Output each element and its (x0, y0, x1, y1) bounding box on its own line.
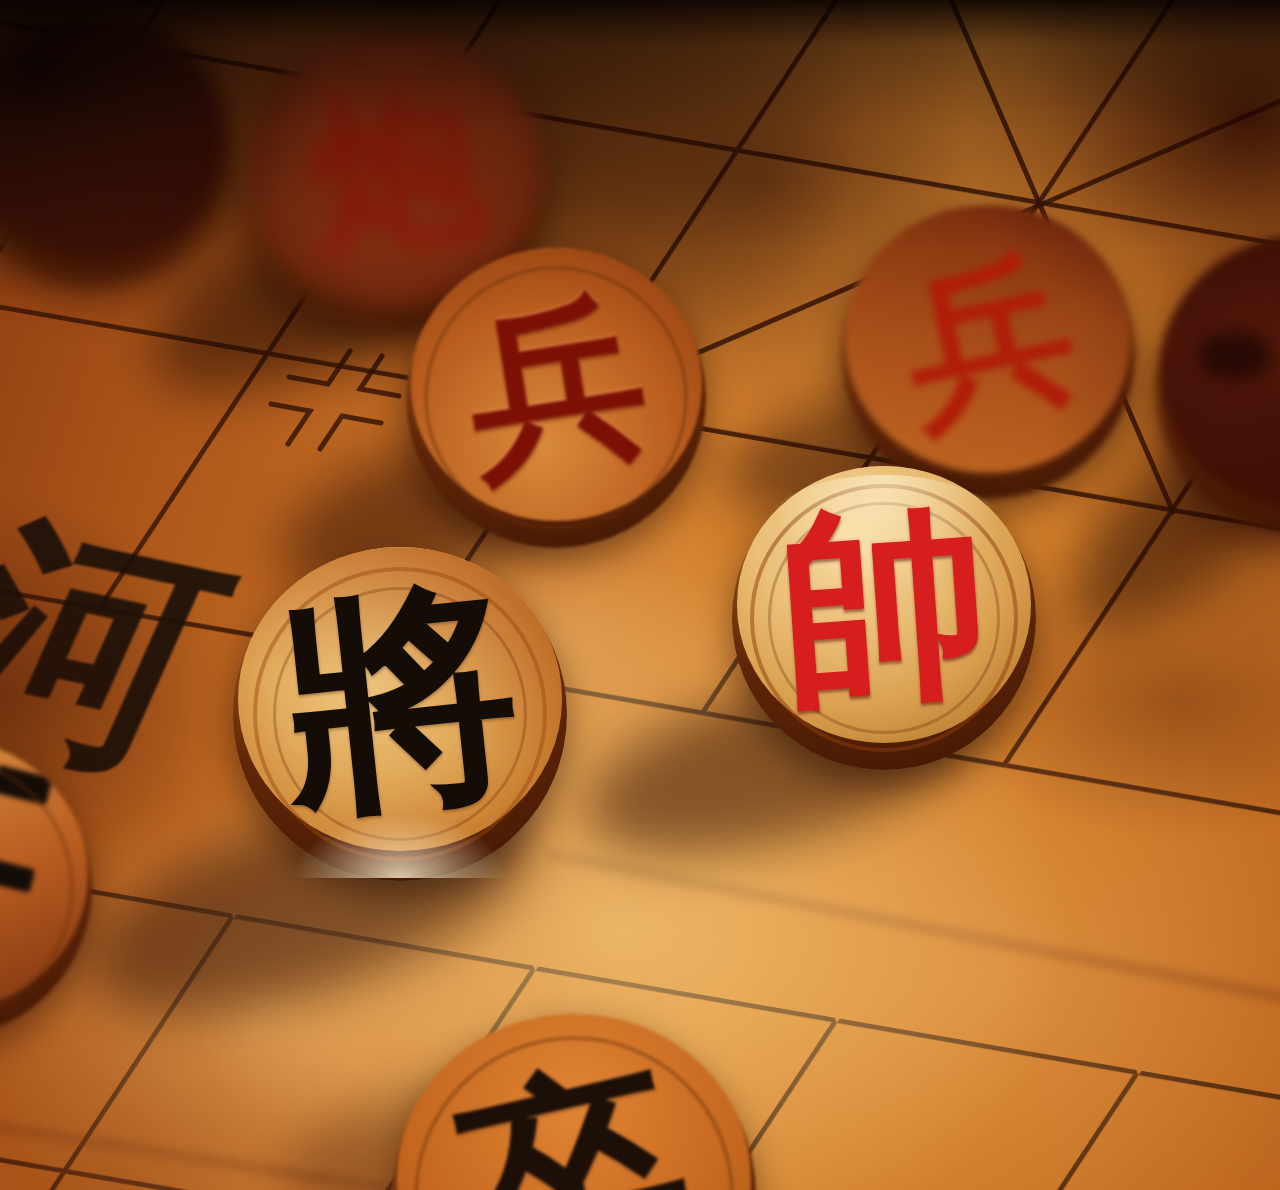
vignette-overlay (0, 0, 1280, 1190)
xiangqi-photo-scene: 河 炮 兵 兵 (0, 0, 1280, 1190)
